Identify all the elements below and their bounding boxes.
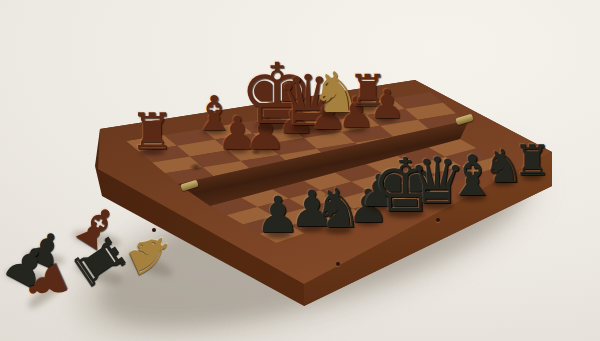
chess-box-photo: ♜♝♟♟♚♟♛♟♞♟♜♟♟♟♞♟♟♚♛♝♞♜♝♟♟♜♟♞ (0, 0, 600, 341)
red-rook-a-piece: ♜ (130, 107, 175, 157)
red-pawn-6-piece: ♟ (369, 84, 405, 124)
pieces-layer: ♜♝♟♟♚♟♛♟♞♟♜♟♟♟♞♟♟♚♛♝♞♜♝♟♟♜♟♞ (0, 0, 600, 341)
black-rook-a-piece: ♜ (513, 140, 551, 182)
red-knight-b-piece: ♞ (117, 222, 183, 286)
